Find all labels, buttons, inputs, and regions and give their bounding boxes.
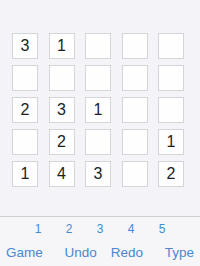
numkey-5[interactable]: 5 bbox=[159, 223, 166, 235]
cell-r4c3[interactable] bbox=[85, 129, 111, 155]
cell-r5c3[interactable]: 3 bbox=[85, 161, 111, 187]
cell-r1c4[interactable] bbox=[122, 33, 148, 59]
cell-r1c2[interactable]: 1 bbox=[49, 33, 75, 59]
cell-r5c4[interactable] bbox=[122, 161, 148, 187]
undo-redo-group: Undo Redo bbox=[64, 246, 143, 260]
cell-r1c5[interactable] bbox=[158, 33, 184, 59]
cell-r4c2[interactable]: 2 bbox=[49, 129, 75, 155]
cell-r4c1[interactable] bbox=[12, 129, 38, 155]
numkey-1[interactable]: 1 bbox=[35, 223, 42, 235]
cell-r3c3[interactable]: 1 bbox=[85, 97, 111, 123]
cell-r5c2[interactable]: 4 bbox=[49, 161, 75, 187]
numkey-3[interactable]: 3 bbox=[97, 223, 104, 235]
number-pad: 1 2 3 4 5 bbox=[0, 223, 200, 235]
type-button[interactable]: Type bbox=[165, 246, 194, 260]
cell-r3c2[interactable]: 3 bbox=[49, 97, 75, 123]
cell-r4c4[interactable] bbox=[122, 129, 148, 155]
cell-r2c4[interactable] bbox=[122, 65, 148, 91]
numkey-2[interactable]: 2 bbox=[66, 223, 73, 235]
cell-r5c1[interactable]: 1 bbox=[12, 161, 38, 187]
cell-r2c1[interactable] bbox=[12, 65, 38, 91]
cell-r2c2[interactable] bbox=[49, 65, 75, 91]
cell-r1c3[interactable] bbox=[85, 33, 111, 59]
numkey-4[interactable]: 4 bbox=[128, 223, 135, 235]
redo-button[interactable]: Redo bbox=[111, 246, 143, 260]
cell-r1c1[interactable]: 3 bbox=[12, 33, 38, 59]
cell-r3c4[interactable] bbox=[122, 97, 148, 123]
cell-r3c1[interactable]: 2 bbox=[12, 97, 38, 123]
action-bar: Game Undo Redo Type bbox=[0, 246, 200, 260]
cell-r4c5[interactable]: 1 bbox=[158, 129, 184, 155]
cell-r5c5[interactable]: 2 bbox=[158, 161, 184, 187]
board: 31231211432 bbox=[12, 33, 184, 187]
toolbar: 1 2 3 4 5 Game Undo Redo Type bbox=[0, 216, 200, 266]
cell-r3c5[interactable] bbox=[158, 97, 184, 123]
undo-button[interactable]: Undo bbox=[64, 246, 96, 260]
game-button[interactable]: Game bbox=[6, 246, 43, 260]
cell-r2c5[interactable] bbox=[158, 65, 184, 91]
cell-r2c3[interactable] bbox=[85, 65, 111, 91]
